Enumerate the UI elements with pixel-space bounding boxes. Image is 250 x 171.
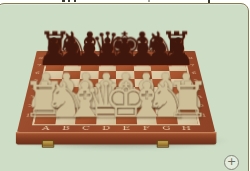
coord-label: E (116, 126, 136, 131)
brass-clasp-left (42, 140, 54, 148)
coord-label: B (55, 126, 76, 131)
chess-board: ABCDEFGH ABCDEFGH 87654321 87654321 ♜♞♝♛… (17, 51, 215, 132)
coord-label: F (136, 126, 156, 131)
magnifier-zoom-icon[interactable]: + (224, 155, 239, 170)
file-labels-front: ABCDEFGH (35, 125, 197, 132)
coord-label: D (96, 126, 116, 131)
coord-label: A (35, 126, 56, 131)
square-h1: ♜ (176, 114, 198, 124)
coord-label: H (176, 126, 197, 131)
piece-white-rook-h1: ♜ (166, 76, 210, 125)
page-top-edge (0, 0, 250, 3)
brass-clasp-right (156, 140, 168, 148)
magnifier-plus-glyph: + (227, 155, 236, 168)
product-photo-panel[interactable]: ABCDEFGH ABCDEFGH 87654321 87654321 ♜♞♝♛… (0, 3, 249, 171)
coord-label: G (156, 126, 177, 131)
squares-grid: ♜♞♝♛♚♝♞♜♟♟♟♟♟♟♟♟♟♟♟♟♟♟♟♟♜♞♝♛♚♝♞♜ (34, 56, 197, 124)
coord-label: C (76, 126, 96, 131)
page: { "game": "chess", "position": { "fen": … (0, 0, 250, 171)
board-box-front-edge (16, 132, 216, 144)
